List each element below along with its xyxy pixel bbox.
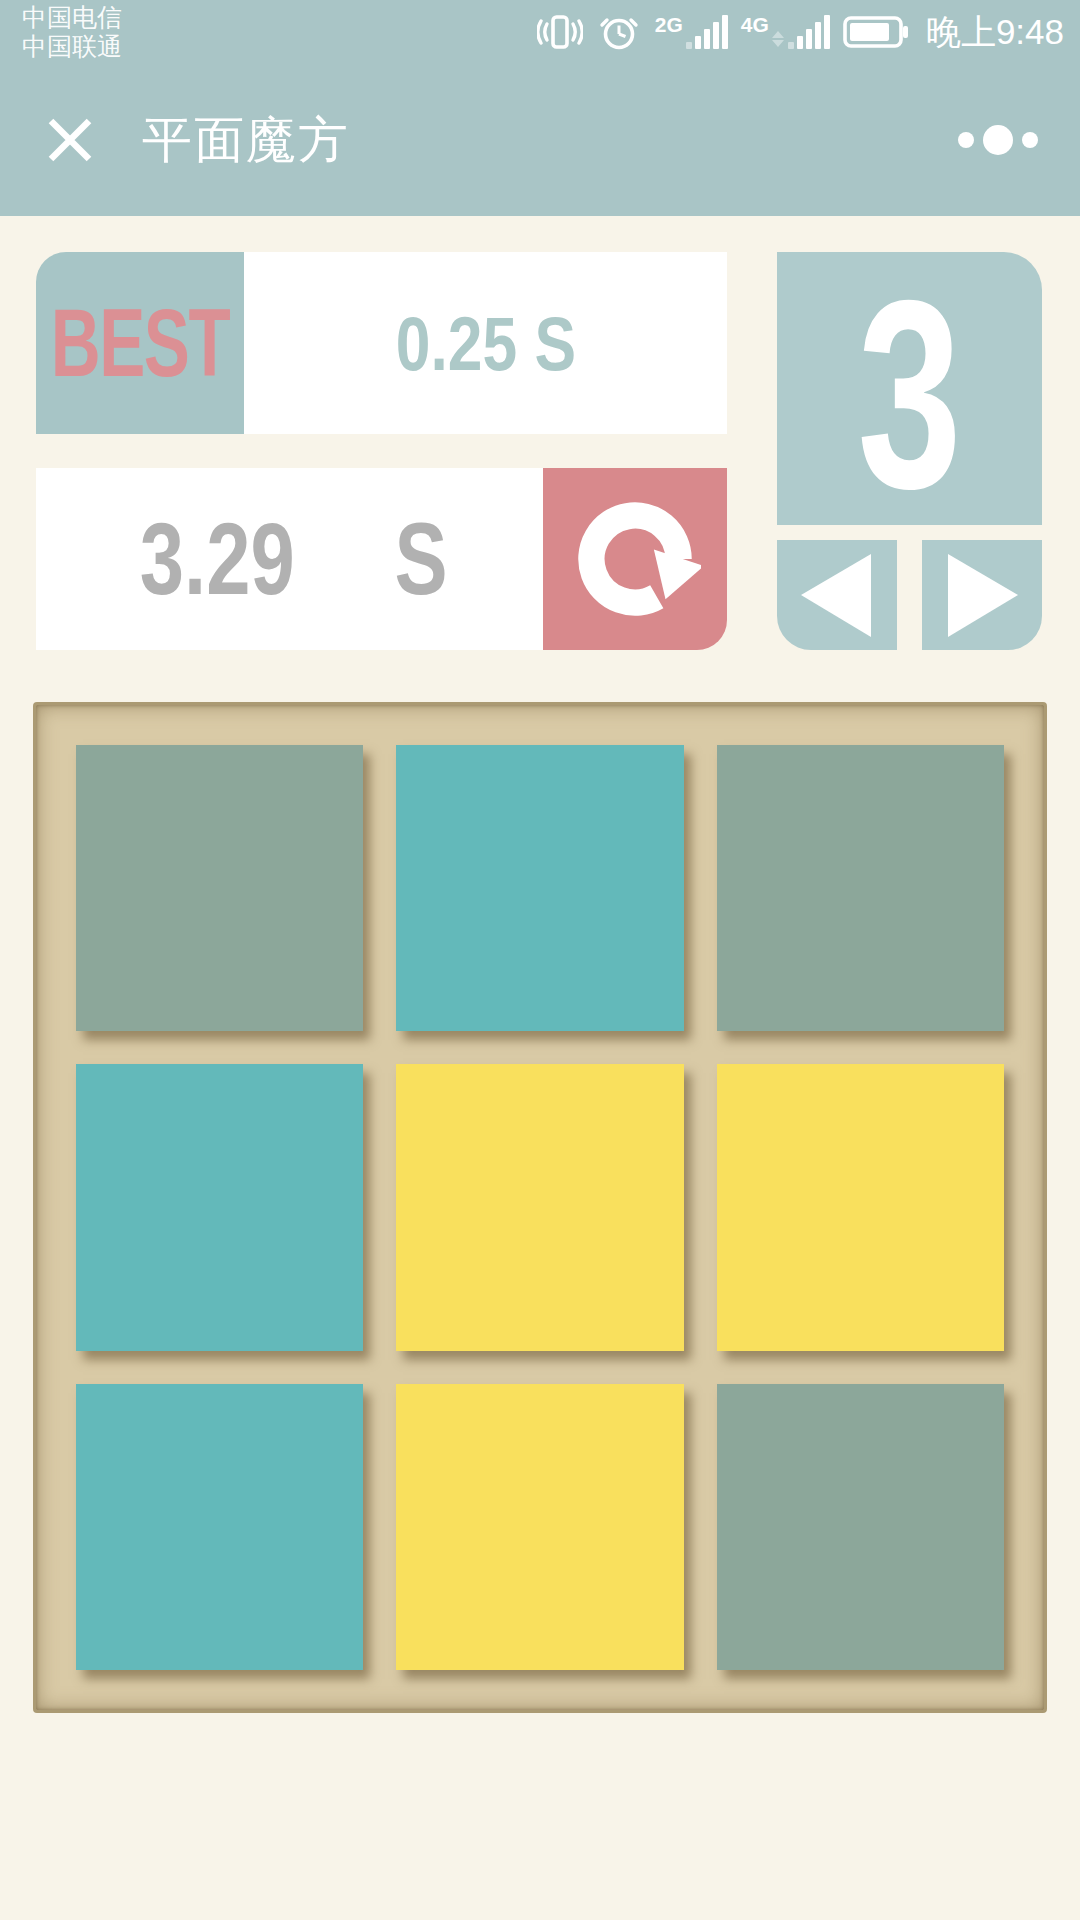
signal-4g-bars [788, 15, 830, 49]
restart-button[interactable] [543, 468, 727, 650]
menu-dot-icon [983, 125, 1013, 155]
arrow-left-icon [787, 548, 887, 643]
previous-level-button[interactable] [777, 540, 897, 650]
timer-box: 3.29 S [36, 468, 543, 650]
signal-2g-icon: 2G [655, 15, 728, 49]
refresh-icon [569, 493, 701, 625]
tile-r1c3[interactable] [717, 745, 1004, 1031]
best-score-row: BEST 0.25 S [36, 252, 727, 434]
status-icons: 2G 4G 晚上9:48 [537, 9, 1064, 56]
best-value: 0.25 S [395, 300, 575, 387]
best-label-box: BEST [36, 252, 244, 434]
page-title: 平面魔方 [142, 107, 350, 174]
battery-icon [843, 15, 909, 49]
level-indicator: 3 [777, 252, 1042, 525]
data-activity-arrows-icon [772, 31, 784, 47]
signal-4g-icon: 4G [741, 15, 830, 49]
tile-r3c2[interactable] [396, 1384, 683, 1670]
menu-dot-icon [1022, 132, 1038, 148]
tile-r3c1[interactable] [76, 1384, 363, 1670]
tile-r2c2[interactable] [396, 1064, 683, 1350]
tile-r1c1[interactable] [76, 745, 363, 1031]
timer-unit: S [394, 501, 447, 618]
arrow-right-icon [932, 548, 1032, 643]
tile-r2c1[interactable] [76, 1064, 363, 1350]
timer-row: 3.29 S [36, 468, 727, 650]
tile-r3c3[interactable] [717, 1384, 1004, 1670]
network-4g-label: 4G [741, 14, 769, 35]
menu-dot-icon [958, 132, 974, 148]
signal-2g-bars [686, 15, 728, 49]
clock-time: 晚上9:48 [926, 9, 1064, 56]
alarm-clock-icon [596, 10, 642, 54]
close-icon[interactable] [46, 116, 94, 164]
tile-r2c3[interactable] [717, 1064, 1004, 1350]
timer-value: 3.29 [140, 501, 295, 618]
carrier-name-unicom: 中国联通 [22, 32, 122, 61]
vibrate-icon [537, 10, 583, 54]
network-2g-label: 2G [655, 14, 683, 35]
best-label: BEST [51, 288, 230, 398]
next-level-button[interactable] [922, 540, 1042, 650]
tile-r1c2[interactable] [396, 745, 683, 1031]
board-grid [36, 705, 1044, 1710]
game-board [33, 702, 1047, 1713]
more-menu-button[interactable] [958, 120, 1038, 160]
nav-bar: 平面魔方 [0, 64, 1080, 216]
status-bar: 中国电信 中国联通 2G 4G [0, 0, 1080, 64]
level-number: 3 [857, 258, 961, 525]
best-value-box: 0.25 S [244, 252, 727, 434]
carrier-name-telecom: 中国电信 [22, 3, 122, 32]
carrier-names: 中国电信 中国联通 [22, 3, 122, 61]
